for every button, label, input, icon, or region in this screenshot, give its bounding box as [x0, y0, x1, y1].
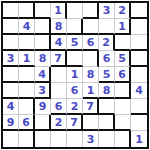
cell-r2c6[interactable]: [83, 19, 99, 35]
cell-r1c5[interactable]: [67, 3, 83, 19]
cell-r5c3[interactable]: 4: [35, 67, 51, 83]
cell-r9c4[interactable]: [51, 131, 67, 147]
cell-r5c7[interactable]: 5: [99, 67, 115, 83]
given-digit: 8: [39, 53, 47, 64]
cell-r7c6[interactable]: 7: [83, 99, 99, 115]
given-digit: 9: [39, 101, 47, 112]
given-digit: 4: [23, 20, 31, 31]
given-digit: 6: [22, 116, 30, 127]
cell-r6c1[interactable]: [3, 83, 19, 99]
given-digit: 2: [55, 116, 63, 127]
cell-r4c3[interactable]: 8: [35, 51, 51, 67]
cell-r7c9[interactable]: [131, 99, 147, 115]
cell-r5c6[interactable]: 8: [83, 67, 99, 83]
cell-r3c4[interactable]: 4: [51, 35, 67, 51]
cell-r9c3[interactable]: [35, 131, 51, 147]
cell-r9c8[interactable]: [115, 131, 131, 147]
given-digit: 5: [71, 36, 79, 47]
given-digit: 5: [103, 68, 111, 79]
cell-r4c2[interactable]: 1: [19, 51, 35, 67]
given-digit: 3: [103, 5, 111, 16]
cell-r4c1[interactable]: 3: [3, 51, 19, 67]
cell-r6c8[interactable]: [115, 83, 131, 99]
given-digit: 6: [118, 68, 126, 79]
given-digit: 4: [7, 101, 15, 112]
given-digit: 4: [135, 85, 143, 96]
cell-r8c9[interactable]: [131, 115, 147, 131]
cell-r5c8[interactable]: 6: [115, 67, 131, 83]
given-digit: 6: [87, 36, 95, 47]
cell-r4c4[interactable]: 7: [51, 51, 67, 67]
given-digit: 1: [118, 20, 126, 31]
cell-r6c3[interactable]: 3: [35, 83, 51, 99]
given-digit: 5: [118, 53, 126, 64]
given-digit: 8: [103, 84, 111, 95]
cell-r3c3[interactable]: [35, 35, 51, 51]
given-digit: 1: [87, 84, 95, 95]
cell-r3c7[interactable]: 2: [99, 35, 115, 51]
given-digit: 7: [86, 100, 94, 111]
given-digit: 1: [23, 52, 31, 63]
cell-r8c8[interactable]: [115, 115, 131, 131]
cell-r1c1[interactable]: [3, 3, 19, 19]
cell-r7c4[interactable]: 6: [51, 99, 67, 115]
cell-r7c5[interactable]: 2: [67, 99, 83, 115]
cell-r2c4[interactable]: 8: [51, 19, 67, 35]
cell-r5c5[interactable]: 1: [67, 67, 83, 83]
cell-r7c2[interactable]: [19, 99, 35, 115]
cell-r4c5[interactable]: [67, 51, 83, 67]
cell-r1c9[interactable]: [131, 3, 147, 19]
given-digit: 6: [103, 53, 111, 64]
given-digit: 2: [71, 100, 79, 111]
sudoku-grid: 1324814562318765418563618449627962731: [1, 1, 149, 149]
cell-r1c6[interactable]: [83, 3, 99, 19]
cell-r7c1[interactable]: 4: [3, 99, 19, 115]
cell-r7c3[interactable]: 9: [35, 99, 51, 115]
cell-r8c7[interactable]: [99, 115, 115, 131]
cell-r8c2[interactable]: 6: [19, 115, 35, 131]
cell-r8c6[interactable]: [83, 115, 99, 131]
given-digit: 2: [118, 5, 126, 16]
cell-r5c9[interactable]: [131, 67, 147, 83]
cell-r9c2[interactable]: [19, 131, 35, 147]
given-digit: 9: [7, 116, 15, 127]
cell-r2c1[interactable]: [3, 19, 19, 35]
given-digit: 3: [87, 133, 95, 144]
cell-r5c4[interactable]: [51, 67, 67, 83]
cell-r3c2[interactable]: [19, 35, 35, 51]
given-digit: 3: [38, 84, 46, 95]
given-digit: 8: [87, 69, 95, 80]
cell-r3c5[interactable]: 5: [67, 35, 83, 51]
given-digit: 1: [54, 5, 62, 16]
cell-r4c7[interactable]: 6: [99, 51, 115, 67]
cell-r2c2[interactable]: 4: [19, 19, 35, 35]
cell-r3c8[interactable]: [115, 35, 131, 51]
cell-r6c9[interactable]: 4: [131, 83, 147, 99]
cell-r8c1[interactable]: 9: [3, 115, 19, 131]
cell-r2c7[interactable]: [99, 19, 115, 35]
given-digit: 1: [135, 133, 143, 144]
given-digit: 4: [55, 36, 63, 47]
given-digit: 4: [38, 68, 46, 79]
sudoku-board: 1324814562318765418563618449627962731: [0, 0, 150, 150]
cell-r3c9[interactable]: [131, 35, 147, 51]
given-digit: 1: [71, 69, 79, 80]
given-digit: 6: [71, 85, 79, 96]
cell-r7c7[interactable]: [99, 99, 115, 115]
given-digit: 3: [7, 52, 15, 63]
cell-r1c8[interactable]: 2: [115, 3, 131, 19]
cell-r2c5[interactable]: [67, 19, 83, 35]
cell-r6c7[interactable]: 8: [99, 83, 115, 99]
cell-r8c4[interactable]: 2: [51, 115, 67, 131]
cell-r9c6[interactable]: 3: [83, 131, 99, 147]
cell-r9c9[interactable]: 1: [131, 131, 147, 147]
cell-r4c8[interactable]: 5: [115, 51, 131, 67]
cell-r4c9[interactable]: [131, 51, 147, 67]
cell-r3c1[interactable]: [3, 35, 19, 51]
cell-r8c3[interactable]: [35, 115, 51, 131]
cell-r5c1[interactable]: [3, 67, 19, 83]
cell-r6c6[interactable]: 1: [83, 83, 99, 99]
cell-r9c7[interactable]: [99, 131, 115, 147]
cell-r4c6[interactable]: [83, 51, 99, 67]
cell-r7c8[interactable]: [115, 99, 131, 115]
cell-r5c2[interactable]: [19, 67, 35, 83]
cell-r1c2[interactable]: [19, 3, 35, 19]
given-digit: 8: [55, 20, 63, 31]
cell-r1c3[interactable]: [35, 3, 51, 19]
cell-r6c4[interactable]: [51, 83, 67, 99]
cell-r2c8[interactable]: 1: [115, 19, 131, 35]
cell-r9c5[interactable]: [67, 131, 83, 147]
given-digit: 7: [70, 116, 78, 127]
cell-r6c5[interactable]: 6: [67, 83, 83, 99]
cell-r8c5[interactable]: 7: [67, 115, 83, 131]
cell-r6c2[interactable]: [19, 83, 35, 99]
cell-r2c3[interactable]: [35, 19, 51, 35]
given-digit: 7: [54, 52, 62, 63]
given-digit: 6: [55, 100, 63, 111]
cell-r2c9[interactable]: [131, 19, 147, 35]
cell-r1c4[interactable]: 1: [51, 3, 67, 19]
cell-r9c1[interactable]: [3, 131, 19, 147]
given-digit: 2: [102, 37, 110, 48]
cell-r1c7[interactable]: 3: [99, 3, 115, 19]
cell-r3c6[interactable]: 6: [83, 35, 99, 51]
